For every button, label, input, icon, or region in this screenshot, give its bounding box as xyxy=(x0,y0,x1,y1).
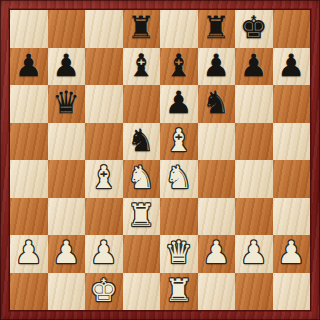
square-f4[interactable] xyxy=(198,160,236,198)
square-e4[interactable]: ♞ xyxy=(160,160,198,198)
piece-white-knight: ♞ xyxy=(165,162,193,193)
square-b7[interactable]: ♟ xyxy=(48,48,86,86)
square-b1[interactable] xyxy=(48,273,86,311)
square-c6[interactable] xyxy=(85,85,123,123)
piece-white-queen: ♛ xyxy=(165,237,193,268)
square-b5[interactable] xyxy=(48,123,86,161)
square-c4[interactable]: ♝ xyxy=(85,160,123,198)
square-g2[interactable]: ♟ xyxy=(235,235,273,273)
piece-black-queen: ♛ xyxy=(52,87,80,118)
board-frame: ♜♜♚♟♟♝♝♟♟♟♛♟♞♞♝♝♞♞♜♟♟♟♛♟♟♟♚♜ xyxy=(0,0,320,320)
square-h4[interactable] xyxy=(273,160,311,198)
square-d4[interactable]: ♞ xyxy=(123,160,161,198)
square-e6[interactable]: ♟ xyxy=(160,85,198,123)
piece-white-pawn: ♟ xyxy=(277,237,305,268)
square-d2[interactable] xyxy=(123,235,161,273)
piece-white-knight: ♞ xyxy=(127,162,155,193)
square-g4[interactable] xyxy=(235,160,273,198)
square-d7[interactable]: ♝ xyxy=(123,48,161,86)
piece-white-rook: ♜ xyxy=(127,200,155,231)
square-c8[interactable] xyxy=(85,10,123,48)
square-e1[interactable]: ♜ xyxy=(160,273,198,311)
piece-black-pawn: ♟ xyxy=(52,50,80,81)
piece-white-bishop: ♝ xyxy=(165,125,193,156)
piece-black-pawn: ♟ xyxy=(165,87,193,118)
piece-black-knight: ♞ xyxy=(127,125,155,156)
square-g7[interactable]: ♟ xyxy=(235,48,273,86)
piece-black-rook: ♜ xyxy=(127,12,155,43)
square-d6[interactable] xyxy=(123,85,161,123)
square-a3[interactable] xyxy=(10,198,48,236)
square-h8[interactable] xyxy=(273,10,311,48)
square-b2[interactable]: ♟ xyxy=(48,235,86,273)
square-f8[interactable]: ♜ xyxy=(198,10,236,48)
square-e2[interactable]: ♛ xyxy=(160,235,198,273)
square-a8[interactable] xyxy=(10,10,48,48)
square-c2[interactable]: ♟ xyxy=(85,235,123,273)
piece-black-king: ♚ xyxy=(240,12,268,43)
square-a2[interactable]: ♟ xyxy=(10,235,48,273)
piece-white-rook: ♜ xyxy=(165,275,193,306)
square-b8[interactable] xyxy=(48,10,86,48)
piece-white-bishop: ♝ xyxy=(90,162,118,193)
square-f3[interactable] xyxy=(198,198,236,236)
square-h6[interactable] xyxy=(273,85,311,123)
square-c3[interactable] xyxy=(85,198,123,236)
square-a4[interactable] xyxy=(10,160,48,198)
square-b6[interactable]: ♛ xyxy=(48,85,86,123)
square-h5[interactable] xyxy=(273,123,311,161)
square-d8[interactable]: ♜ xyxy=(123,10,161,48)
square-g6[interactable] xyxy=(235,85,273,123)
square-b3[interactable] xyxy=(48,198,86,236)
square-f7[interactable]: ♟ xyxy=(198,48,236,86)
piece-black-bishop: ♝ xyxy=(127,50,155,81)
square-a5[interactable] xyxy=(10,123,48,161)
piece-white-king: ♚ xyxy=(90,275,118,306)
square-f6[interactable]: ♞ xyxy=(198,85,236,123)
piece-white-pawn: ♟ xyxy=(52,237,80,268)
square-h2[interactable]: ♟ xyxy=(273,235,311,273)
square-a7[interactable]: ♟ xyxy=(10,48,48,86)
square-f1[interactable] xyxy=(198,273,236,311)
square-h7[interactable]: ♟ xyxy=(273,48,311,86)
square-g5[interactable] xyxy=(235,123,273,161)
square-f2[interactable]: ♟ xyxy=(198,235,236,273)
piece-white-pawn: ♟ xyxy=(15,237,43,268)
piece-white-pawn: ♟ xyxy=(202,237,230,268)
piece-black-rook: ♜ xyxy=(202,12,230,43)
square-e3[interactable] xyxy=(160,198,198,236)
square-g8[interactable]: ♚ xyxy=(235,10,273,48)
piece-black-pawn: ♟ xyxy=(277,50,305,81)
square-c1[interactable]: ♚ xyxy=(85,273,123,311)
square-h3[interactable] xyxy=(273,198,311,236)
square-d5[interactable]: ♞ xyxy=(123,123,161,161)
square-e5[interactable]: ♝ xyxy=(160,123,198,161)
piece-white-pawn: ♟ xyxy=(240,237,268,268)
square-c7[interactable] xyxy=(85,48,123,86)
piece-white-pawn: ♟ xyxy=(90,237,118,268)
piece-black-knight: ♞ xyxy=(202,87,230,118)
square-b4[interactable] xyxy=(48,160,86,198)
square-h1[interactable] xyxy=(273,273,311,311)
square-e7[interactable]: ♝ xyxy=(160,48,198,86)
piece-black-bishop: ♝ xyxy=(165,50,193,81)
square-a6[interactable] xyxy=(10,85,48,123)
square-a1[interactable] xyxy=(10,273,48,311)
piece-black-pawn: ♟ xyxy=(240,50,268,81)
piece-black-pawn: ♟ xyxy=(15,50,43,81)
square-e8[interactable] xyxy=(160,10,198,48)
square-d1[interactable] xyxy=(123,273,161,311)
square-d3[interactable]: ♜ xyxy=(123,198,161,236)
square-c5[interactable] xyxy=(85,123,123,161)
chess-diagram: ♜♜♚♟♟♝♝♟♟♟♛♟♞♞♝♝♞♞♜♟♟♟♛♟♟♟♚♜ xyxy=(0,0,320,320)
square-g1[interactable] xyxy=(235,273,273,311)
square-f5[interactable] xyxy=(198,123,236,161)
piece-black-pawn: ♟ xyxy=(202,50,230,81)
square-g3[interactable] xyxy=(235,198,273,236)
chess-board: ♜♜♚♟♟♝♝♟♟♟♛♟♞♞♝♝♞♞♜♟♟♟♛♟♟♟♚♜ xyxy=(10,10,310,310)
